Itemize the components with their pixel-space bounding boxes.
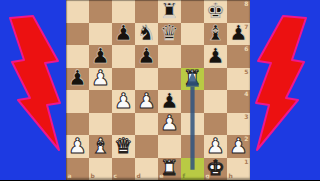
square-d8[interactable] — [135, 0, 158, 23]
square-g1[interactable]: ♚g — [204, 158, 227, 181]
piece-black-rook[interactable]: ♜ — [158, 0, 181, 23]
square-e6[interactable] — [158, 45, 181, 68]
coord-file-a: a — [68, 173, 72, 179]
piece-white-pawn[interactable]: ♟ — [66, 135, 89, 158]
coord-rank-2: 2 — [244, 136, 248, 142]
coord-file-b: b — [91, 173, 95, 179]
square-h6[interactable]: 6 — [227, 45, 250, 68]
piece-black-queen[interactable]: ♛ — [158, 23, 181, 46]
piece-black-pawn[interactable]: ♟ — [89, 45, 112, 68]
video-frame: ♜♚8♟♞♛♝♟7♟♟♟6♟♟♜5♟♟♟4♟3♟♝♛♟♟2abcd♜ef♚g1h — [0, 0, 320, 180]
coord-rank-1: 1 — [244, 159, 248, 165]
coord-file-c: c — [114, 173, 118, 179]
square-d4[interactable]: ♟ — [135, 90, 158, 113]
square-f6[interactable] — [181, 45, 204, 68]
square-e8[interactable]: ♜ — [158, 0, 181, 23]
piece-black-pawn[interactable]: ♟ — [158, 90, 181, 113]
piece-white-pawn[interactable]: ♟ — [135, 90, 158, 113]
square-b4[interactable] — [89, 90, 112, 113]
square-b2[interactable]: ♝ — [89, 135, 112, 158]
piece-white-rook[interactable]: ♜ — [181, 68, 204, 91]
square-g7[interactable]: ♝ — [204, 23, 227, 46]
square-c6[interactable] — [112, 45, 135, 68]
square-g3[interactable] — [204, 113, 227, 136]
piece-black-pawn[interactable]: ♟ — [204, 45, 227, 68]
square-h3[interactable]: 3 — [227, 113, 250, 136]
square-a6[interactable] — [66, 45, 89, 68]
square-b6[interactable]: ♟ — [89, 45, 112, 68]
square-f3[interactable] — [181, 113, 204, 136]
square-g8[interactable]: ♚ — [204, 0, 227, 23]
coord-rank-5: 5 — [244, 69, 248, 75]
square-b8[interactable] — [89, 0, 112, 23]
square-d2[interactable] — [135, 135, 158, 158]
lightning-bolt-right — [250, 0, 316, 180]
coord-rank-6: 6 — [244, 46, 248, 52]
piece-white-queen[interactable]: ♛ — [112, 135, 135, 158]
square-d5[interactable] — [135, 68, 158, 91]
square-e2[interactable] — [158, 135, 181, 158]
square-a7[interactable] — [66, 23, 89, 46]
square-h8[interactable]: 8 — [227, 0, 250, 23]
square-c2[interactable]: ♛ — [112, 135, 135, 158]
coord-file-f: f — [183, 173, 186, 179]
piece-black-knight[interactable]: ♞ — [135, 23, 158, 46]
lightning-bolt-left — [0, 0, 66, 180]
square-e1[interactable]: ♜e — [158, 158, 181, 181]
square-b3[interactable] — [89, 113, 112, 136]
coord-rank-3: 3 — [244, 114, 248, 120]
piece-white-pawn[interactable]: ♟ — [89, 68, 112, 91]
square-h5[interactable]: 5 — [227, 68, 250, 91]
square-g2[interactable]: ♟ — [204, 135, 227, 158]
square-b1[interactable]: b — [89, 158, 112, 181]
square-g6[interactable]: ♟ — [204, 45, 227, 68]
square-a3[interactable] — [66, 113, 89, 136]
coord-rank-8: 8 — [244, 1, 248, 7]
coord-file-d: d — [137, 173, 141, 179]
square-h7[interactable]: ♟7 — [227, 23, 250, 46]
square-a2[interactable]: ♟ — [66, 135, 89, 158]
square-c7[interactable]: ♟ — [112, 23, 135, 46]
piece-black-bishop[interactable]: ♝ — [204, 23, 227, 46]
square-b7[interactable] — [89, 23, 112, 46]
square-a8[interactable] — [66, 0, 89, 23]
square-d1[interactable]: d — [135, 158, 158, 181]
square-d3[interactable] — [135, 113, 158, 136]
square-d6[interactable]: ♟ — [135, 45, 158, 68]
square-c3[interactable] — [112, 113, 135, 136]
square-e4[interactable]: ♟ — [158, 90, 181, 113]
chess-board[interactable]: ♜♚8♟♞♛♝♟7♟♟♟6♟♟♜5♟♟♟4♟3♟♝♛♟♟2abcd♜ef♚g1h — [66, 0, 250, 180]
piece-white-pawn[interactable]: ♟ — [204, 135, 227, 158]
square-f8[interactable] — [181, 0, 204, 23]
piece-black-pawn[interactable]: ♟ — [135, 45, 158, 68]
square-a1[interactable]: a — [66, 158, 89, 181]
square-b5[interactable]: ♟ — [89, 68, 112, 91]
square-f4[interactable] — [181, 90, 204, 113]
coord-file-h: h — [229, 173, 233, 179]
piece-black-pawn[interactable]: ♟ — [112, 23, 135, 46]
square-f1[interactable]: f — [181, 158, 204, 181]
piece-white-bishop[interactable]: ♝ — [89, 135, 112, 158]
piece-white-pawn[interactable]: ♟ — [158, 113, 181, 136]
piece-white-pawn[interactable]: ♟ — [112, 90, 135, 113]
square-c5[interactable] — [112, 68, 135, 91]
square-e3[interactable]: ♟ — [158, 113, 181, 136]
square-c1[interactable]: c — [112, 158, 135, 181]
square-c4[interactable]: ♟ — [112, 90, 135, 113]
square-d7[interactable]: ♞ — [135, 23, 158, 46]
coord-file-g: g — [206, 173, 210, 179]
square-f5[interactable]: ♜ — [181, 68, 204, 91]
square-g5[interactable] — [204, 68, 227, 91]
square-h2[interactable]: ♟2 — [227, 135, 250, 158]
square-c8[interactable] — [112, 0, 135, 23]
coord-rank-7: 7 — [244, 24, 248, 30]
square-h4[interactable]: 4 — [227, 90, 250, 113]
square-h1[interactable]: 1h — [227, 158, 250, 181]
piece-black-pawn[interactable]: ♟ — [66, 68, 89, 91]
square-f2[interactable] — [181, 135, 204, 158]
piece-black-king[interactable]: ♚ — [204, 0, 227, 23]
square-e5[interactable] — [158, 68, 181, 91]
square-f7[interactable] — [181, 23, 204, 46]
square-a4[interactable] — [66, 90, 89, 113]
square-a5[interactable]: ♟ — [66, 68, 89, 91]
coord-rank-4: 4 — [244, 91, 248, 97]
coord-file-e: e — [160, 173, 164, 179]
square-e7[interactable]: ♛ — [158, 23, 181, 46]
square-g4[interactable] — [204, 90, 227, 113]
